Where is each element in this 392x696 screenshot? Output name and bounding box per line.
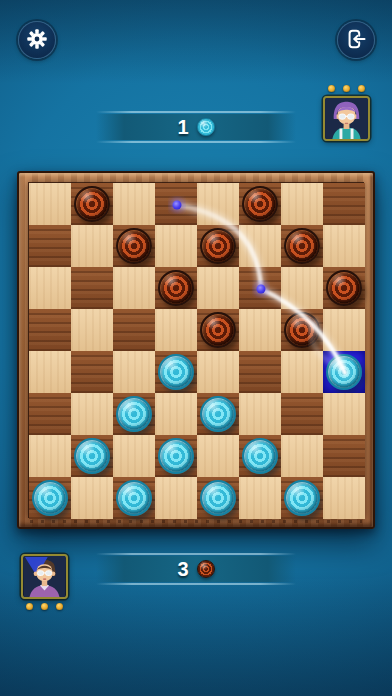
board-square-r4c3[interactable] [155,351,197,393]
player-score-banner: 3 [96,553,296,585]
board-square-r0c3[interactable] [155,183,197,225]
board-square-r6c5[interactable] [239,435,281,477]
board-square-r2c3[interactable] [155,267,197,309]
red-checker-icon [197,560,215,578]
checkers-game-screen: (function(){var g=document.getElementByI… [0,0,392,696]
cyan-checker[interactable] [158,438,194,474]
red-checker[interactable] [158,270,194,306]
board-square-r1c3[interactable] [155,225,197,267]
board-square-r4c1[interactable] [71,351,113,393]
board-square-r4c2[interactable] [113,351,155,393]
status-dot [56,603,63,610]
cyan-checker[interactable] [284,480,320,516]
board-square-r4c0[interactable] [29,351,71,393]
board-square-r3c5[interactable] [239,309,281,351]
cyan-checker[interactable] [116,396,152,432]
board-square-r0c6[interactable] [281,183,323,225]
cyan-checker[interactable] [200,480,236,516]
opponent-status-dots [328,85,365,92]
board-square-r1c4[interactable] [197,225,239,267]
board-square-r7c2[interactable] [113,477,155,519]
board-square-r1c5[interactable] [239,225,281,267]
board-square-r5c0[interactable] [29,393,71,435]
opponent-score-banner: 1 [96,111,296,143]
board-square-r7c1[interactable] [71,477,113,519]
board-square-r1c2[interactable] [113,225,155,267]
board-square-r2c6[interactable] [281,267,323,309]
board-square-r2c7[interactable] [323,267,365,309]
board-square-r7c5[interactable] [239,477,281,519]
board-square-r6c7[interactable] [323,435,365,477]
red-checker[interactable] [200,228,236,264]
board-square-r7c6[interactable] [281,477,323,519]
board-square-r3c4[interactable] [197,309,239,351]
board-square-r1c6[interactable] [281,225,323,267]
board-square-r0c2[interactable] [113,183,155,225]
board-square-r6c4[interactable] [197,435,239,477]
settings-button[interactable]: (function(){var g=document.getElementByI… [18,21,56,59]
cyan-checker[interactable] [116,480,152,516]
cyan-checker[interactable] [242,438,278,474]
board-square-r3c7[interactable] [323,309,365,351]
status-dot [343,85,350,92]
board-square-r5c7[interactable] [323,393,365,435]
board-square-r5c3[interactable] [155,393,197,435]
board-square-r4c5[interactable] [239,351,281,393]
player-avatar [21,554,68,599]
board-square-r2c4[interactable] [197,267,239,309]
status-dot [328,85,335,92]
board-square-r7c0[interactable] [29,477,71,519]
opponent-panel [323,85,370,141]
board-square-r0c4[interactable] [197,183,239,225]
opponent-captured-count: 1 [177,117,188,137]
cyan-checker[interactable] [326,354,362,390]
board-square-r4c7[interactable] [323,351,365,393]
board-square-r3c1[interactable] [71,309,113,351]
board-square-r4c4[interactable] [197,351,239,393]
cyan-checker-icon [197,118,215,136]
player-captured-count: 3 [177,559,188,579]
checkers-board [17,171,375,529]
board-square-r3c3[interactable] [155,309,197,351]
banner-line [96,111,296,113]
banner-line [96,553,296,555]
red-checker[interactable] [242,186,278,222]
board-square-r0c0[interactable] [29,183,71,225]
board-square-r4c6[interactable] [281,351,323,393]
player-score-bar: 3 [96,556,296,582]
cyan-checker[interactable] [74,438,110,474]
cyan-checker[interactable] [158,354,194,390]
board-square-r2c0[interactable] [29,267,71,309]
board-square-r3c0[interactable] [29,309,71,351]
board-square-r5c4[interactable] [197,393,239,435]
red-checker[interactable] [326,270,362,306]
board-square-r2c5[interactable] [239,267,281,309]
player-panel [21,554,68,610]
opponent-score-bar: 1 [96,114,296,140]
banner-line [96,141,296,143]
board-square-r1c1[interactable] [71,225,113,267]
board-square-r5c6[interactable] [281,393,323,435]
board-square-r5c2[interactable] [113,393,155,435]
board-square-r0c1[interactable] [71,183,113,225]
board-square-r6c3[interactable] [155,435,197,477]
board-grid [28,182,364,518]
board-square-r5c1[interactable] [71,393,113,435]
board-square-r1c7[interactable] [323,225,365,267]
red-checker[interactable] [74,186,110,222]
opponent-avatar [323,96,370,141]
cyan-checker[interactable] [32,480,68,516]
board-square-r0c7[interactable] [323,183,365,225]
board-square-r7c7[interactable] [323,477,365,519]
board-square-r7c3[interactable] [155,477,197,519]
status-dot [41,603,48,610]
board-square-r6c2[interactable] [113,435,155,477]
board-square-r1c0[interactable] [29,225,71,267]
board-square-r0c5[interactable] [239,183,281,225]
board-square-r2c2[interactable] [113,267,155,309]
board-square-r7c4[interactable] [197,477,239,519]
board-square-r6c6[interactable] [281,435,323,477]
gear-icon: (function(){var g=document.getElementByI… [26,28,48,53]
status-dot [358,85,365,92]
status-dot [26,603,33,610]
red-checker[interactable] [116,228,152,264]
board-square-r2c1[interactable] [71,267,113,309]
board-square-r3c2[interactable] [113,309,155,351]
red-checker[interactable] [284,312,320,348]
player-status-dots [26,603,63,610]
board-square-r3c6[interactable] [281,309,323,351]
exit-button[interactable] [337,21,375,59]
board-square-r6c1[interactable] [71,435,113,477]
exit-door-arrow-icon [345,28,367,53]
red-checker[interactable] [284,228,320,264]
banner-line [96,583,296,585]
red-checker[interactable] [200,312,236,348]
board-square-r5c5[interactable] [239,393,281,435]
board-square-r6c0[interactable] [29,435,71,477]
cyan-checker[interactable] [200,396,236,432]
